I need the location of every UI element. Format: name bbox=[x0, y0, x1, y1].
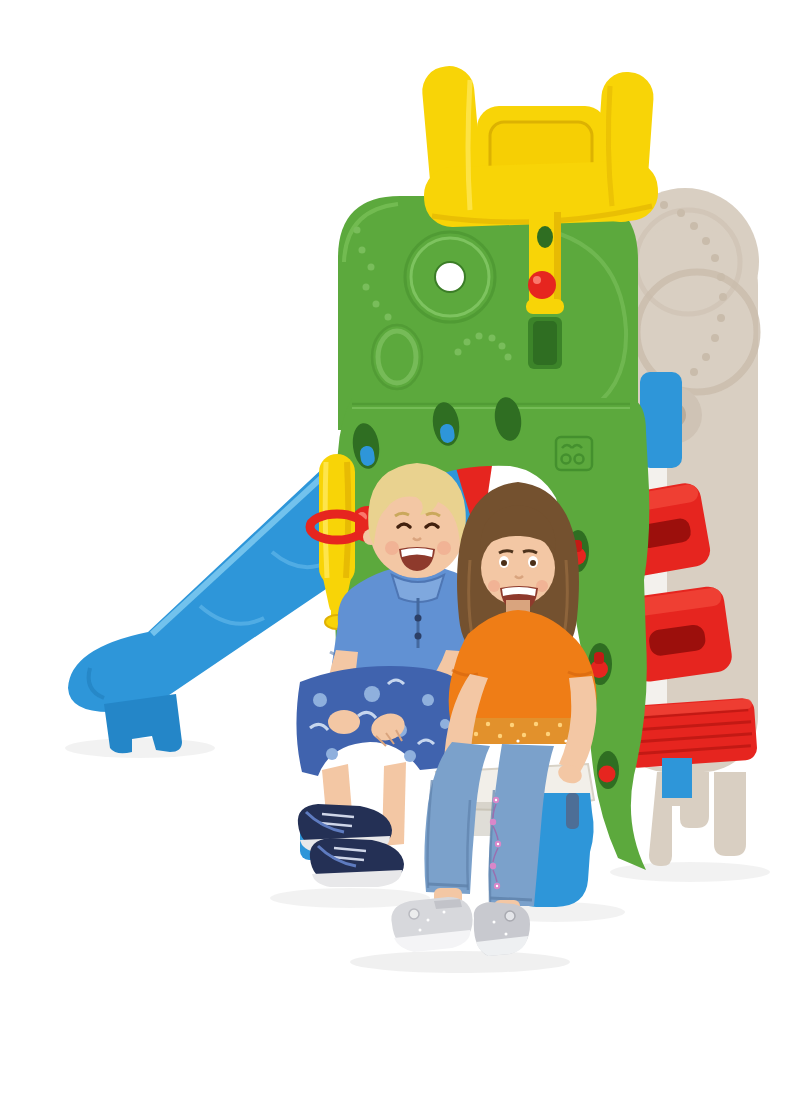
blue-base-rear bbox=[662, 758, 692, 798]
girl-shoe-2 bbox=[474, 902, 530, 956]
boy-right-hand bbox=[328, 710, 360, 734]
ball-drop-track bbox=[526, 210, 564, 369]
boy-blush bbox=[437, 541, 451, 555]
handle-hole-right-3 bbox=[597, 751, 619, 789]
product-photo bbox=[0, 0, 800, 1096]
girl-blush bbox=[488, 580, 500, 592]
goal-target bbox=[420, 64, 659, 228]
boy-sneaker-2 bbox=[310, 838, 404, 887]
girl-shoe-1-bow bbox=[409, 909, 419, 919]
red-grip bbox=[599, 766, 616, 783]
drop-channel-recess bbox=[533, 321, 557, 365]
scene-art bbox=[0, 0, 800, 1096]
boy-button bbox=[415, 633, 422, 640]
girl-shoe-2-bow bbox=[505, 911, 515, 921]
bat-shade bbox=[346, 462, 348, 578]
girl-blush bbox=[536, 580, 548, 592]
rear-panel-leg bbox=[714, 772, 746, 856]
upper-panel-body bbox=[338, 196, 638, 430]
boy-button bbox=[415, 615, 422, 622]
girl-shoe-1 bbox=[391, 897, 472, 952]
boot-notch bbox=[566, 793, 579, 829]
upper-activity-panel bbox=[338, 196, 638, 430]
strap-tab bbox=[526, 299, 564, 314]
drop-ball bbox=[528, 271, 556, 299]
porthole bbox=[435, 262, 465, 292]
boy-blush bbox=[385, 541, 399, 555]
strap-slot bbox=[537, 226, 553, 248]
